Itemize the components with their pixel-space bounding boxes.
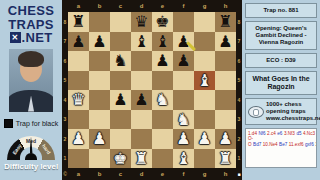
square-h2[interactable]: ♟	[215, 129, 236, 149]
move-token: gxf6	[305, 142, 314, 147]
square-d5[interactable]	[131, 71, 152, 91]
square-d2[interactable]	[131, 129, 152, 149]
square-c7[interactable]	[110, 32, 131, 52]
move-token: 2.c4	[267, 131, 276, 136]
promo-line1: 1000+ chess opening traps	[266, 101, 306, 114]
square-c2[interactable]	[110, 129, 131, 149]
file-labels-bottom: © abcdefgh ■	[62, 168, 242, 180]
square-a7[interactable]: ♟	[68, 32, 89, 52]
black-rook: ♜	[218, 12, 232, 31]
video-thumbnail: CHESS TRAPS ✕.NET Trap for black Easy Me…	[0, 0, 320, 180]
eco-box: ECO : D39	[245, 53, 317, 68]
black-king: ♚	[155, 12, 169, 31]
white-pawn: ♟	[92, 129, 106, 148]
square-a5[interactable]	[68, 71, 89, 91]
square-c6[interactable]: ♞	[110, 51, 131, 71]
black-square-icon	[4, 119, 13, 128]
square-b2[interactable]: ♟	[89, 129, 110, 149]
square-a6[interactable]	[68, 51, 89, 71]
square-c8[interactable]	[110, 12, 131, 32]
move-token: 4.Nc3	[303, 131, 315, 136]
black-knight: ♞	[113, 51, 127, 70]
move-token: 11.exf6	[289, 142, 304, 147]
board-squares: ♜♛♚♜♟♟♝♝♟♟♞♟♟♝♛♟♟♞♞♟♟♟♟♟♚♜♝♜	[68, 12, 236, 168]
square-h5[interactable]	[215, 71, 236, 91]
square-b5[interactable]	[89, 71, 110, 91]
logo-suffix: .NET	[22, 31, 53, 45]
right-sidebar: Trap no. 881 Opening: Queen's Gambit Dec…	[242, 0, 320, 180]
square-a1[interactable]	[68, 149, 89, 169]
presenter-photo	[9, 49, 53, 112]
square-h7[interactable]: ♟	[215, 32, 236, 52]
x-square-icon: ✕	[10, 32, 21, 43]
promo-url[interactable]: www.chesstraps.net	[266, 115, 320, 121]
trap-side-label: Trap for black	[16, 120, 59, 127]
black-pawn: ♟	[155, 51, 169, 70]
black-bishop: ♝	[155, 32, 169, 51]
opening-box: Opening: Queen's Gambit Declined - Vienn…	[245, 21, 317, 50]
square-g6[interactable]	[194, 51, 215, 71]
square-h4[interactable]	[215, 90, 236, 110]
move-token: 3.Nf3	[284, 131, 295, 136]
file-letters-top: abcdefgh	[68, 0, 236, 12]
square-b4[interactable]	[89, 90, 110, 110]
white-knight: ♞	[176, 110, 190, 129]
file-letters-bottom: abcdefgh	[68, 168, 236, 180]
square-d6[interactable]	[131, 51, 152, 71]
square-e5[interactable]	[152, 71, 173, 91]
black-bishop: ♝	[134, 32, 148, 51]
square-h8[interactable]: ♜	[215, 12, 236, 32]
square-g4[interactable]	[194, 90, 215, 110]
square-d3[interactable]	[131, 110, 152, 130]
black-queen: ♛	[134, 12, 148, 31]
square-e4[interactable]: ♞	[152, 90, 173, 110]
move-token: Nf6	[258, 131, 265, 136]
square-b3[interactable]	[89, 110, 110, 130]
left-sidebar: CHESS TRAPS ✕.NET Trap for black Easy Me…	[0, 0, 62, 180]
square-b6[interactable]	[89, 51, 110, 71]
white-pawn: ♟	[197, 129, 211, 148]
square-e2[interactable]	[152, 129, 173, 149]
black-pawn: ♟	[134, 90, 148, 109]
move-token: Bd7	[253, 142, 261, 147]
white-pawn: ♟	[176, 129, 190, 148]
square-d1[interactable]: ♜	[131, 149, 152, 169]
black-pawn: ♟	[113, 90, 127, 109]
square-b1[interactable]	[89, 149, 110, 169]
logo-line1: CHESS	[0, 4, 62, 18]
square-f4[interactable]	[173, 90, 194, 110]
square-f6[interactable]: ♟	[173, 51, 194, 71]
square-c1[interactable]: ♚	[110, 149, 131, 169]
trap-side-indicator: Trap for black	[0, 119, 62, 128]
black-pawn: ♟	[176, 51, 190, 70]
black-pawn: ♟	[92, 32, 106, 51]
square-g7[interactable]	[194, 32, 215, 52]
portrait-hair	[18, 51, 44, 67]
square-b8[interactable]	[89, 12, 110, 32]
difficulty-title: Difficulty level	[0, 162, 62, 171]
square-h1[interactable]: ♜	[215, 149, 236, 169]
square-h6[interactable]	[215, 51, 236, 71]
square-g1[interactable]	[194, 149, 215, 169]
square-f8[interactable]	[173, 12, 194, 32]
file-labels-top: abcdefgh	[62, 0, 242, 12]
square-g8[interactable]	[194, 12, 215, 32]
white-king: ♚	[113, 149, 127, 168]
white-pawn: ♟	[218, 129, 232, 148]
square-c5[interactable]	[110, 71, 131, 91]
square-e8[interactable]: ♚	[152, 12, 173, 32]
move-token: 1.d4	[248, 131, 257, 136]
square-d4[interactable]: ♟	[131, 90, 152, 110]
square-f2[interactable]: ♟	[173, 129, 194, 149]
square-e3[interactable]	[152, 110, 173, 130]
white-rook: ♜	[218, 149, 232, 168]
white-bishop: ♝	[197, 71, 211, 90]
square-b7[interactable]: ♟	[89, 32, 110, 52]
white-knight: ♞	[155, 90, 169, 109]
black-rook: ♜	[71, 12, 85, 31]
square-g5[interactable]: ♝	[194, 71, 215, 91]
black-pawn: ♟	[218, 32, 232, 51]
square-e1[interactable]	[152, 149, 173, 169]
square-d7[interactable]: ♝	[131, 32, 152, 52]
square-a4[interactable]: ♛	[68, 90, 89, 110]
white-pawn: ♟	[71, 129, 85, 148]
move-list: 1.d4Nf62.c4e63.Nf3d54.Nc3Bb45.Bg5dxc46.e…	[245, 128, 317, 168]
square-g2[interactable]: ♟	[194, 129, 215, 149]
square-c3[interactable]	[110, 110, 131, 130]
square-a8[interactable]: ♜	[68, 12, 89, 32]
trap-title-box: What Goes In the Ragozin	[245, 71, 317, 95]
black-pawn: ♟	[71, 32, 85, 51]
square-c4[interactable]: ♟	[110, 90, 131, 110]
trap-number-box: Trap no. 881	[245, 3, 317, 18]
square-h3[interactable]	[215, 110, 236, 130]
square-e7[interactable]: ♝	[152, 32, 173, 52]
mouse-icon	[248, 106, 264, 118]
chess-board: abcdefgh 87654321 87654321 ♜♛♚♜♟♟♝♝♟♟♞♟♟…	[62, 0, 242, 180]
square-f3[interactable]: ♞	[173, 110, 194, 130]
white-bishop: ♝	[176, 149, 190, 168]
white-rook: ♜	[134, 149, 148, 168]
square-a2[interactable]: ♟	[68, 129, 89, 149]
logo-line2: TRAPS	[0, 18, 62, 32]
square-e6[interactable]: ♟	[152, 51, 173, 71]
square-f1[interactable]: ♝	[173, 149, 194, 169]
square-g3[interactable]	[194, 110, 215, 130]
move-token: Be7	[279, 142, 287, 147]
promo-box: 1000+ chess opening traps www.chesstraps…	[245, 98, 317, 125]
move-token: 12.Bh4	[315, 142, 317, 147]
square-f5[interactable]	[173, 71, 194, 91]
move-token: e6	[277, 131, 282, 136]
move-token: d5	[296, 131, 301, 136]
white-queen: ♛	[71, 90, 85, 109]
difficulty-gauge: Easy Med hard	[7, 136, 55, 160]
square-a3[interactable]	[68, 110, 89, 130]
square-d8[interactable]: ♛	[131, 12, 152, 32]
site-logo: CHESS TRAPS ✕.NET	[0, 4, 62, 45]
move-token: 10.Ne4	[263, 142, 278, 147]
